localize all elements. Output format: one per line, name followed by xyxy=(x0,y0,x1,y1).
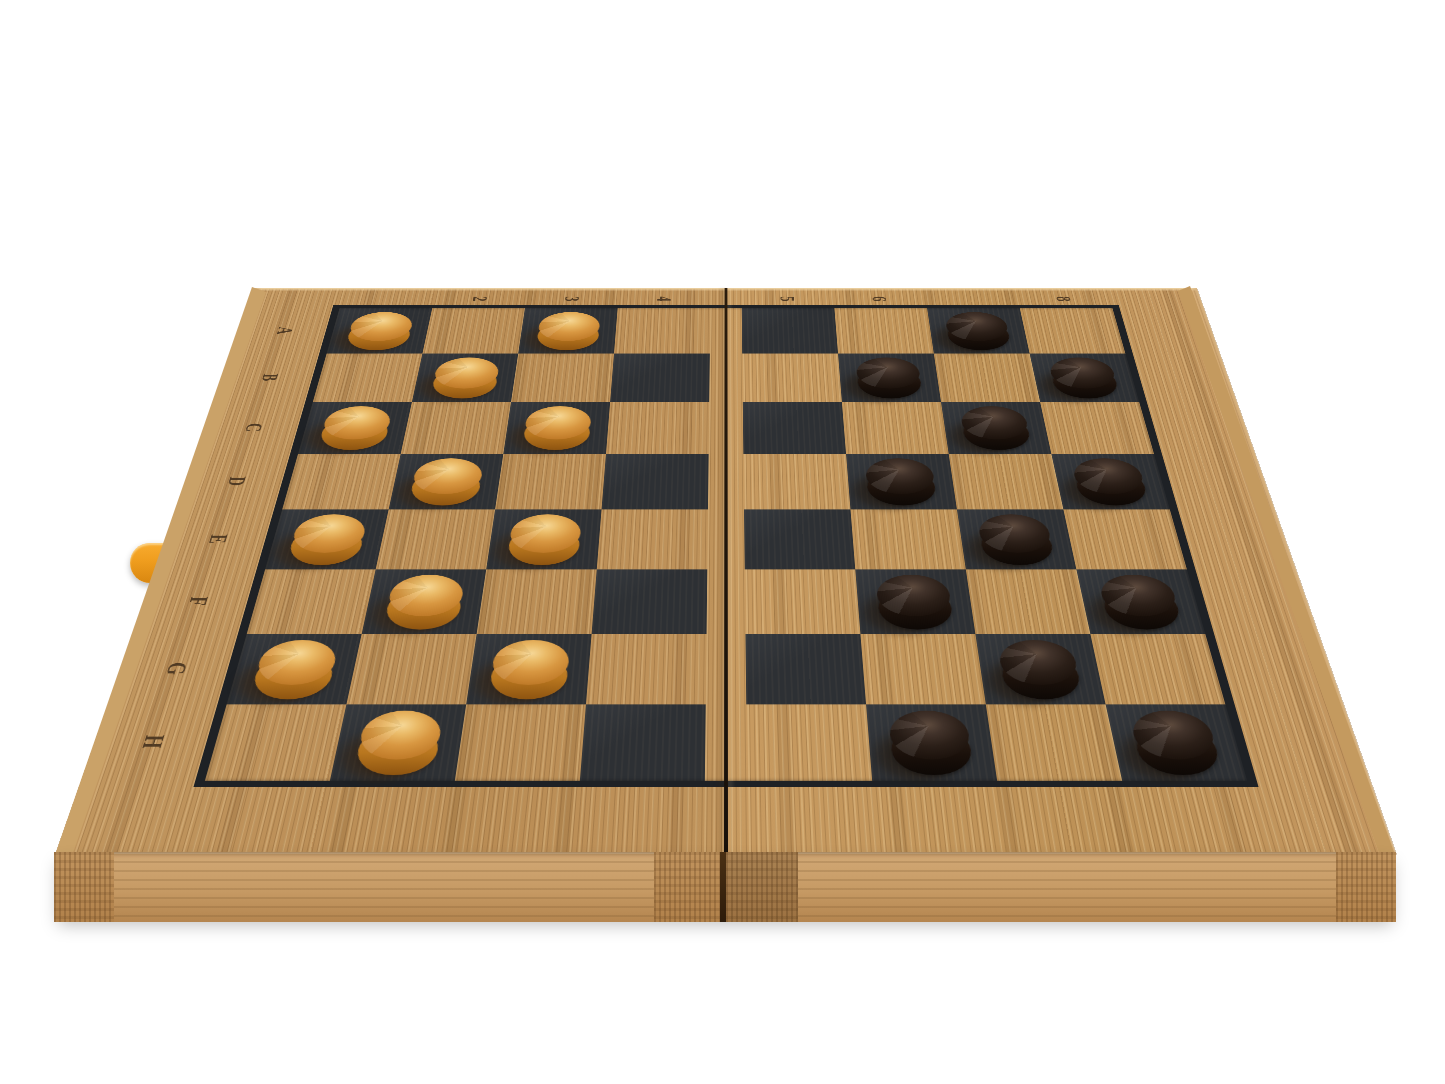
row-label-F: F xyxy=(181,593,216,610)
piece-dark-D8[interactable] xyxy=(1071,458,1151,506)
front-edge-hinge-block-left xyxy=(654,852,720,922)
piece-light-H2[interactable] xyxy=(353,711,444,777)
column-label-6: 6 xyxy=(867,293,892,304)
piece-dark-H6[interactable] xyxy=(888,711,975,777)
piece-dark-F6[interactable] xyxy=(875,575,954,631)
row-label-E: E xyxy=(202,531,235,547)
row-label-B: B xyxy=(256,371,286,384)
column-label-8: 8 xyxy=(1050,293,1077,304)
column-label-2: 2 xyxy=(467,293,493,304)
column-label-3: 3 xyxy=(560,293,585,304)
column-label-5: 5 xyxy=(775,293,800,304)
board-surface: ABCDEFGH234568 xyxy=(56,288,1396,854)
front-edge-corner-block-right xyxy=(1336,852,1396,922)
piece-light-E1[interactable] xyxy=(286,514,369,566)
piece-light-C3[interactable] xyxy=(522,406,592,451)
piece-light-G3[interactable] xyxy=(488,640,571,701)
piece-dark-A7[interactable] xyxy=(944,312,1012,351)
row-label-D: D xyxy=(221,474,253,489)
front-edge-corner-block-left xyxy=(54,852,114,922)
piece-dark-E7[interactable] xyxy=(977,514,1057,566)
piece-dark-B8[interactable] xyxy=(1047,357,1120,399)
column-label-4: 4 xyxy=(652,293,677,304)
piece-light-B2[interactable] xyxy=(430,357,501,399)
front-edge-hinge-block-right xyxy=(726,852,798,922)
piece-light-F2[interactable] xyxy=(383,575,466,631)
piece-light-A3[interactable] xyxy=(535,312,600,351)
piece-light-C1[interactable] xyxy=(317,406,393,451)
piece-dark-F8[interactable] xyxy=(1097,575,1184,631)
piece-dark-G7[interactable] xyxy=(997,640,1084,701)
row-label-C: C xyxy=(239,421,270,435)
piece-light-G1[interactable] xyxy=(249,640,340,701)
scene: ABCDEFGH234568 xyxy=(0,0,1445,1084)
row-label-A: A xyxy=(271,325,299,337)
hinge-fold-seam xyxy=(724,288,728,854)
piece-light-D2[interactable] xyxy=(408,458,484,506)
piece-dark-D6[interactable] xyxy=(865,458,938,506)
row-label-H: H xyxy=(135,732,173,752)
piece-dark-C7[interactable] xyxy=(959,406,1032,451)
piece-light-E3[interactable] xyxy=(506,514,582,566)
piece-light-A1[interactable] xyxy=(344,312,415,351)
piece-dark-B6[interactable] xyxy=(855,357,923,399)
board-front-edge xyxy=(54,852,1396,922)
row-label-G: G xyxy=(159,659,196,677)
